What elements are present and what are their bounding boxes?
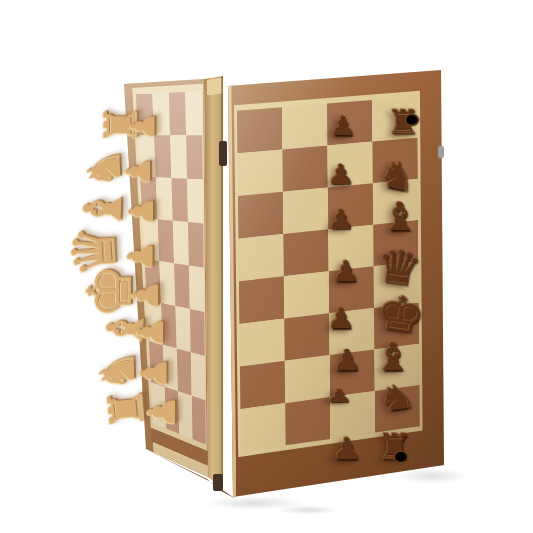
piece-black-P[interactable]: ♟: [332, 257, 361, 285]
piece-white-P[interactable]: ♟: [124, 196, 158, 226]
piece-black-P[interactable]: ♟: [327, 161, 355, 188]
piece-black-P[interactable]: ♟: [332, 346, 362, 375]
floor-shadow-center: [278, 505, 338, 515]
dovetail-joint: [207, 78, 222, 96]
piece-white-P[interactable]: ♟: [143, 395, 181, 429]
rook-hollow-top: [406, 115, 418, 125]
piece-black-P[interactable]: ♟: [326, 387, 353, 405]
piece-black-P[interactable]: ♟: [327, 304, 356, 332]
hinge-top: [219, 141, 227, 166]
rook-hollow-top: [395, 452, 407, 462]
piece-white-P[interactable]: ♟: [121, 156, 155, 186]
piece-white-P[interactable]: ♟: [127, 112, 160, 142]
piece-black-N[interactable]: ♞: [376, 154, 421, 198]
piece-black-N[interactable]: ♞: [376, 379, 418, 418]
piece-white-P[interactable]: ♟: [133, 316, 169, 348]
product-photo: ♜♟♞♟♝♟♛♟♚♟♝♟♞♟♜♟♟♜♟♞♟♝♟♛♟♚♟♝♟♞♟♜: [0, 0, 533, 533]
clasp: [438, 146, 444, 158]
piece-black-B[interactable]: ♝: [373, 337, 412, 376]
piece-black-P[interactable]: ♟: [330, 113, 357, 139]
hinge-bottom: [213, 474, 223, 491]
piece-black-P[interactable]: ♟: [332, 433, 362, 463]
piece-black-B[interactable]: ♝: [380, 197, 419, 236]
piece-black-P[interactable]: ♟: [327, 206, 355, 233]
